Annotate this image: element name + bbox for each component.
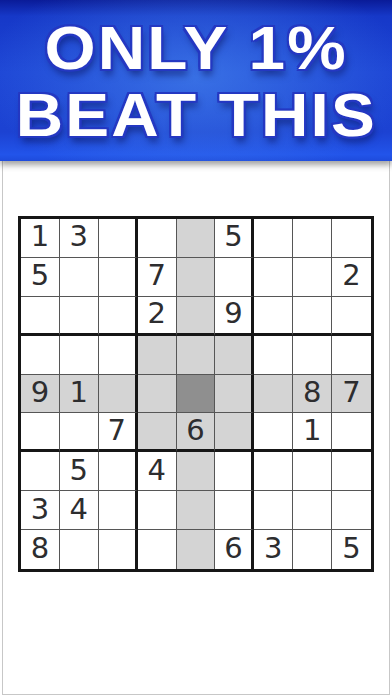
promo-banner: ONLY 1% BEAT THIS <box>0 0 392 161</box>
cell-r9c8[interactable] <box>293 530 332 569</box>
given-digit: 3 <box>264 534 282 565</box>
cell-r5c3[interactable] <box>99 375 138 414</box>
cell-r6c3[interactable]: 7 <box>99 413 138 452</box>
given-digit: 9 <box>31 378 49 409</box>
cell-r3c3[interactable] <box>99 297 138 336</box>
given-digit: 8 <box>31 534 49 565</box>
cell-r4c7[interactable] <box>254 336 293 375</box>
given-digit: 6 <box>224 534 242 565</box>
cell-r3c9[interactable] <box>332 297 371 336</box>
given-digit: 5 <box>70 456 88 487</box>
cell-r5c5[interactable] <box>177 375 216 414</box>
cell-r4c8[interactable] <box>293 336 332 375</box>
given-digit: 3 <box>70 222 88 253</box>
cell-r1c2[interactable]: 3 <box>60 219 99 258</box>
cell-r4c9[interactable] <box>332 336 371 375</box>
cell-r1c6[interactable]: 5 <box>215 219 254 258</box>
cell-r6c5[interactable]: 6 <box>177 413 216 452</box>
cell-r9c6[interactable]: 6 <box>215 530 254 569</box>
cell-r9c2[interactable] <box>60 530 99 569</box>
cell-r6c8[interactable]: 1 <box>293 413 332 452</box>
cell-r2c5[interactable] <box>177 258 216 297</box>
cell-r7c4[interactable]: 4 <box>138 452 177 491</box>
cell-r3c5[interactable] <box>177 297 216 336</box>
given-digit: 1 <box>303 416 321 447</box>
sudoku-board: 13557229918776154348635 <box>18 216 374 572</box>
app-screen: ONLY 1% BEAT THIS 1355722991877615434863… <box>0 0 392 696</box>
cell-r8c7[interactable] <box>254 491 293 530</box>
cell-r1c7[interactable] <box>254 219 293 258</box>
cell-r8c5[interactable] <box>177 491 216 530</box>
cell-r9c7[interactable]: 3 <box>254 530 293 569</box>
cell-r1c9[interactable] <box>332 219 371 258</box>
cell-r3c2[interactable] <box>60 297 99 336</box>
given-digit: 7 <box>147 261 165 292</box>
cell-r2c1[interactable]: 5 <box>21 258 60 297</box>
cell-r3c1[interactable] <box>21 297 60 336</box>
cell-r2c2[interactable] <box>60 258 99 297</box>
cell-r2c7[interactable] <box>254 258 293 297</box>
cell-r3c4[interactable]: 2 <box>138 297 177 336</box>
cell-r6c7[interactable] <box>254 413 293 452</box>
cell-r8c8[interactable] <box>293 491 332 530</box>
cell-r6c2[interactable] <box>60 413 99 452</box>
cell-r7c2[interactable]: 5 <box>60 452 99 491</box>
cell-r1c3[interactable] <box>99 219 138 258</box>
cell-r3c7[interactable] <box>254 297 293 336</box>
cell-r7c6[interactable] <box>215 452 254 491</box>
given-digit: 9 <box>224 299 242 330</box>
cell-r5c1[interactable]: 9 <box>21 375 60 414</box>
given-digit: 8 <box>303 378 321 409</box>
cell-r2c9[interactable]: 2 <box>332 258 371 297</box>
given-digit: 1 <box>70 378 88 409</box>
banner-line-1: ONLY 1% <box>44 16 347 80</box>
cell-r5c6[interactable] <box>215 375 254 414</box>
cell-r2c6[interactable] <box>215 258 254 297</box>
given-digit: 5 <box>224 222 242 253</box>
given-digit: 5 <box>31 261 49 292</box>
given-digit: 2 <box>147 299 165 330</box>
cell-r3c6[interactable]: 9 <box>215 297 254 336</box>
cell-r7c7[interactable] <box>254 452 293 491</box>
cell-r5c8[interactable]: 8 <box>293 375 332 414</box>
cell-r5c7[interactable] <box>254 375 293 414</box>
given-digit: 7 <box>342 378 360 409</box>
cell-r5c4[interactable] <box>138 375 177 414</box>
cell-r1c4[interactable] <box>138 219 177 258</box>
cell-r9c1[interactable]: 8 <box>21 530 60 569</box>
cell-r4c1[interactable] <box>21 336 60 375</box>
cell-r4c2[interactable] <box>60 336 99 375</box>
cell-r4c4[interactable] <box>138 336 177 375</box>
content-sheet: 13557229918776154348635 <box>2 161 390 695</box>
cell-r8c6[interactable] <box>215 491 254 530</box>
cell-r4c5[interactable] <box>177 336 216 375</box>
cell-r2c3[interactable] <box>99 258 138 297</box>
cell-r7c5[interactable] <box>177 452 216 491</box>
cell-r9c4[interactable] <box>138 530 177 569</box>
given-digit: 5 <box>342 534 360 565</box>
given-digit: 1 <box>31 222 49 253</box>
cell-r9c5[interactable] <box>177 530 216 569</box>
given-digit: 4 <box>70 495 88 526</box>
cell-r3c8[interactable] <box>293 297 332 336</box>
cell-r1c5[interactable] <box>177 219 216 258</box>
cell-r1c1[interactable]: 1 <box>21 219 60 258</box>
cell-r6c4[interactable] <box>138 413 177 452</box>
cell-r4c3[interactable] <box>99 336 138 375</box>
cell-r6c1[interactable] <box>21 413 60 452</box>
cell-r8c3[interactable] <box>99 491 138 530</box>
cell-r7c3[interactable] <box>99 452 138 491</box>
cell-r8c9[interactable] <box>332 491 371 530</box>
given-digit: 3 <box>31 495 49 526</box>
cell-r8c4[interactable] <box>138 491 177 530</box>
given-digit: 7 <box>107 416 125 447</box>
cell-r5c9[interactable]: 7 <box>332 375 371 414</box>
cell-r8c2[interactable]: 4 <box>60 491 99 530</box>
given-digit: 2 <box>342 261 360 292</box>
cell-r6c6[interactable] <box>215 413 254 452</box>
cell-r9c3[interactable] <box>99 530 138 569</box>
cell-r4c6[interactable] <box>215 336 254 375</box>
cell-r2c4[interactable]: 7 <box>138 258 177 297</box>
cell-r9c9[interactable]: 5 <box>332 530 371 569</box>
cell-r7c9[interactable] <box>332 452 371 491</box>
cell-r5c2[interactable]: 1 <box>60 375 99 414</box>
banner-line-2: BEAT THIS <box>15 83 376 147</box>
given-digit: 6 <box>186 416 204 447</box>
cell-r2c8[interactable] <box>293 258 332 297</box>
cell-r6c9[interactable] <box>332 413 371 452</box>
given-digit: 4 <box>147 456 165 487</box>
cell-r7c8[interactable] <box>293 452 332 491</box>
cell-r7c1[interactable] <box>21 452 60 491</box>
cell-r1c8[interactable] <box>293 219 332 258</box>
cell-r8c1[interactable]: 3 <box>21 491 60 530</box>
